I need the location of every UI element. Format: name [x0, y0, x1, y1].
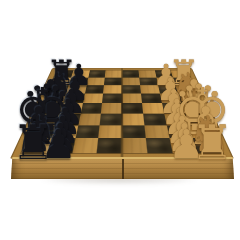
photo-scene: ♜♞♝♛♚♝♞♜♟♟♟♟♟♟♟♟♟♟♟♟♟♟♟♟♜♞♝♛♚♝♞♜	[0, 0, 240, 240]
chess-piece-black-pawn[interactable]: ♟	[9, 126, 109, 166]
rook-glyph: ♜	[191, 119, 234, 167]
pieces-layer: ♜♞♝♛♚♝♞♜♟♟♟♟♟♟♟♟♟♟♟♟♟♟♟♟♜♞♝♛♚♝♞♜	[0, 0, 240, 240]
chess-piece-white-rook[interactable]: ♜	[162, 119, 240, 167]
pawn-glyph: ♟	[41, 126, 77, 166]
